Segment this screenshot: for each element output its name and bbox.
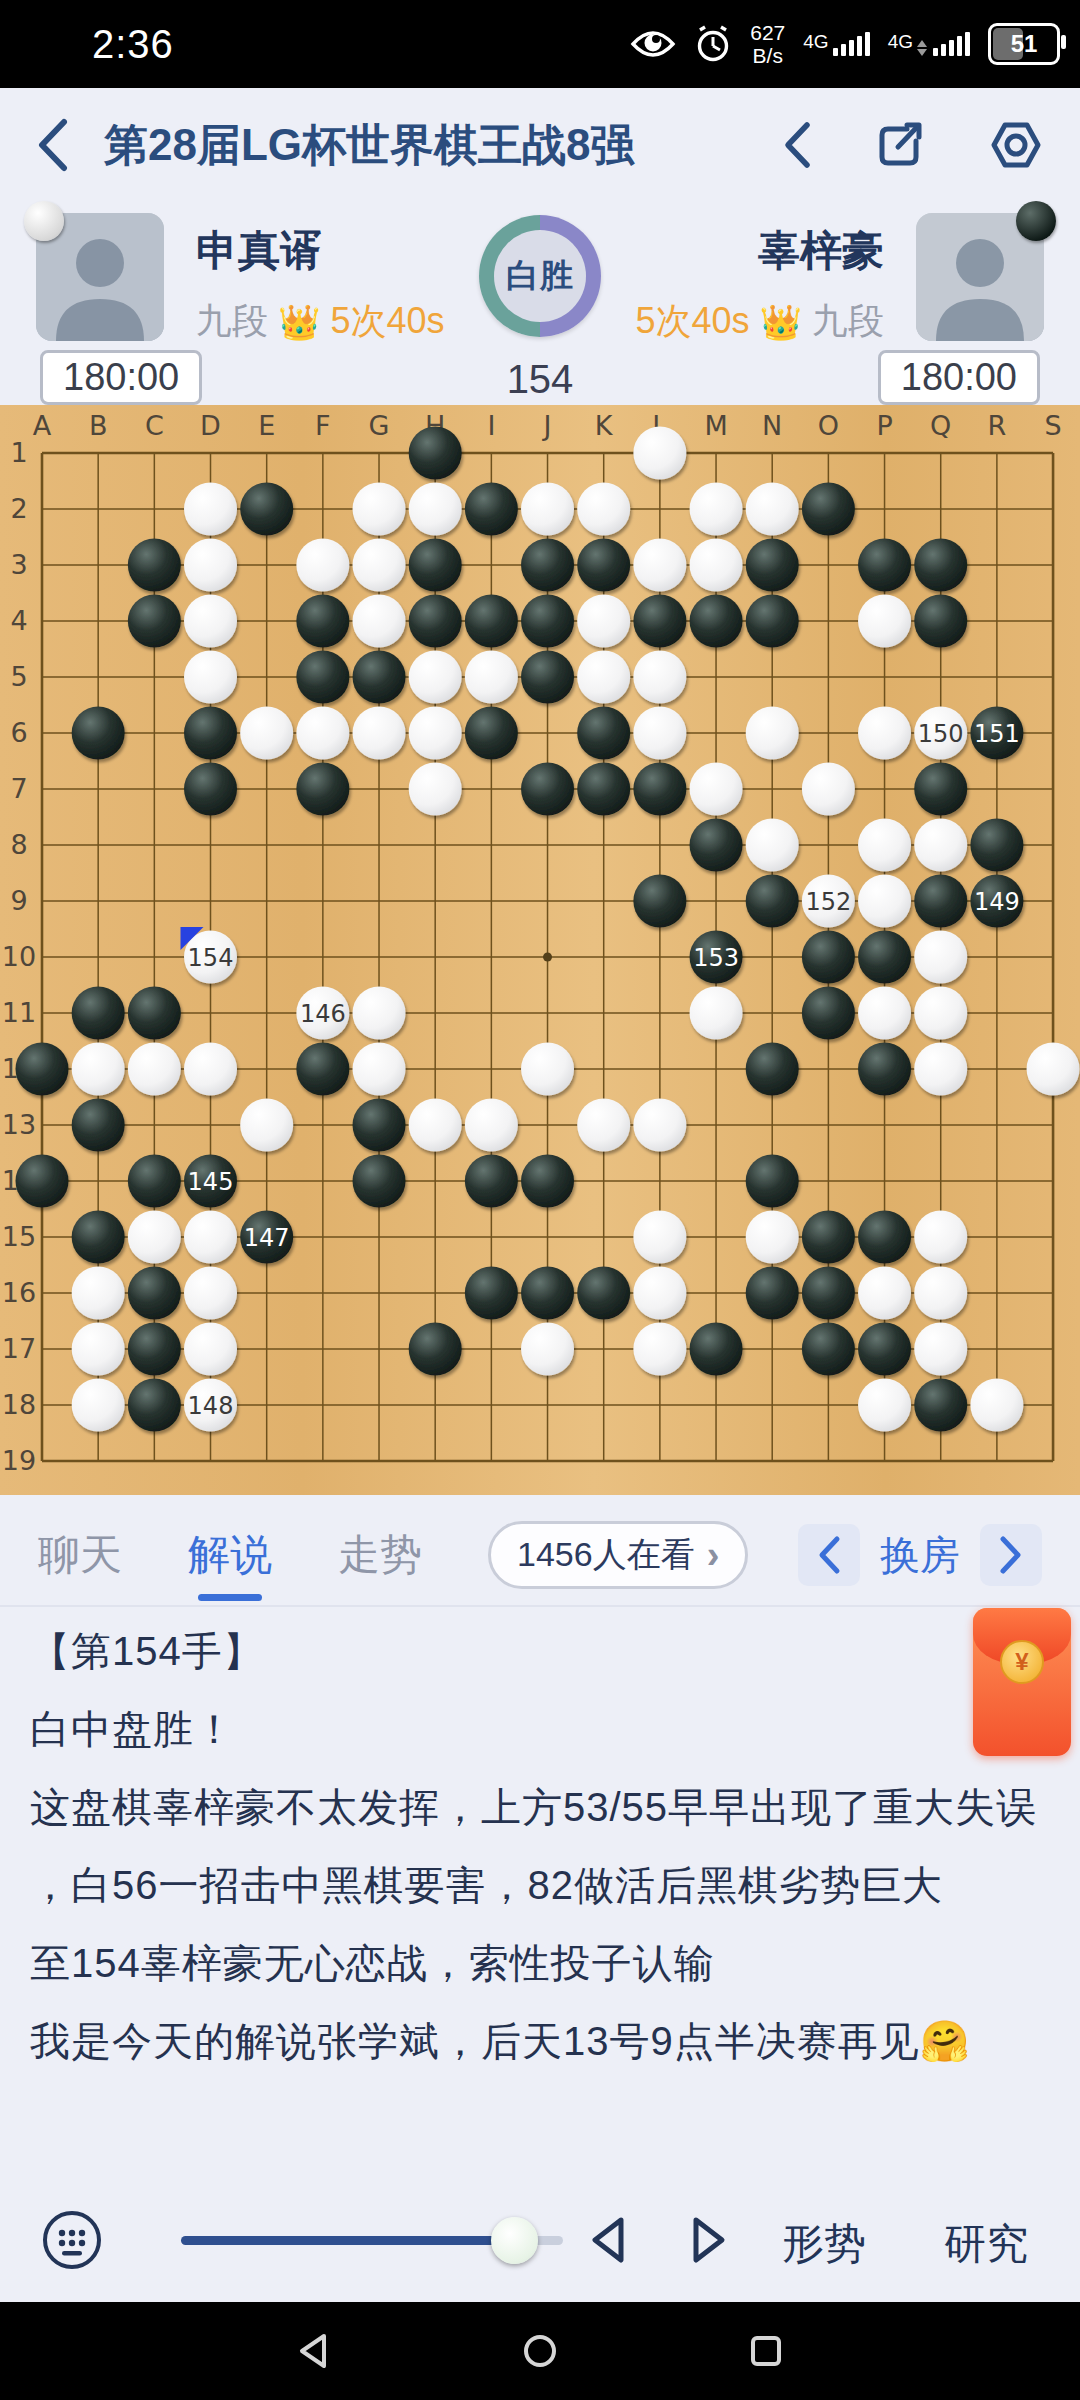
black-stone <box>802 1211 855 1264</box>
viewers-count: 1456人在看 <box>517 1532 695 1578</box>
white-stone <box>914 819 967 872</box>
sim2-signal: 4G <box>888 32 970 56</box>
svg-text:N: N <box>762 410 782 441</box>
move-number-label: 152 <box>805 888 851 916</box>
commentary-line: ，白56一招击中黑棋要害，82做活后黑棋劣势巨大 <box>30 1846 1054 1924</box>
white-stone <box>802 763 855 816</box>
white-stone <box>858 595 911 648</box>
svg-text:S: S <box>1044 410 1061 441</box>
android-navbar <box>0 2302 1080 2400</box>
svg-text:G: G <box>369 410 390 441</box>
white-stone <box>184 483 237 536</box>
svg-text:15: 15 <box>2 1221 36 1252</box>
white-stone-badge <box>24 201 64 241</box>
black-stone <box>409 1323 462 1376</box>
white-stone <box>409 707 462 760</box>
black-stone <box>128 1155 181 1208</box>
white-stone <box>633 427 686 480</box>
signal-bars-icon <box>933 32 970 56</box>
move-number-label: 148 <box>188 1392 234 1420</box>
black-stone <box>409 595 462 648</box>
crown-icon: 👑 <box>760 302 802 342</box>
white-stone <box>465 651 518 704</box>
white-stone <box>970 1379 1023 1432</box>
black-stone <box>409 539 462 592</box>
black-stone <box>914 763 967 816</box>
result-donut: 白胜 <box>479 215 601 337</box>
black-stone <box>521 539 574 592</box>
black-stone <box>184 763 237 816</box>
white-stone <box>914 1267 967 1320</box>
white-stone <box>72 1267 125 1320</box>
record-live-icon[interactable] <box>988 119 1044 171</box>
white-stone <box>914 1211 967 1264</box>
svg-text:2: 2 <box>10 493 27 524</box>
tab-commentary[interactable]: 解说 <box>188 1527 272 1583</box>
white-stone <box>240 1099 293 1152</box>
commentary-line: 白中盘胜！ <box>30 1690 1054 1768</box>
black-stone <box>746 539 799 592</box>
black-stone <box>465 1267 518 1320</box>
svg-text:P: P <box>876 410 892 441</box>
white-stone <box>577 651 630 704</box>
white-stone <box>128 1211 181 1264</box>
white-stone <box>521 1043 574 1096</box>
white-stone <box>858 819 911 872</box>
white-player-name: 申真谞 <box>196 223 322 279</box>
avatar-white-player <box>36 213 164 341</box>
white-stone <box>746 1211 799 1264</box>
svg-text:Q: Q <box>930 410 951 441</box>
white-stone <box>690 763 743 816</box>
black-stone <box>296 763 349 816</box>
move-number-label: 147 <box>244 1224 290 1252</box>
black-stone <box>690 1323 743 1376</box>
svg-text:B: B <box>89 410 108 441</box>
white-stone <box>521 1323 574 1376</box>
situation-button[interactable]: 形势 <box>782 2216 866 2272</box>
white-stone <box>353 595 406 648</box>
white-stone <box>409 483 462 536</box>
white-stone <box>184 1323 237 1376</box>
black-stone <box>296 651 349 704</box>
black-stone <box>746 1267 799 1320</box>
white-stone <box>353 1043 406 1096</box>
black-stone <box>914 539 967 592</box>
svg-text:J: J <box>542 410 552 441</box>
white-stone <box>184 1211 237 1264</box>
black-player-info: 5次40s 👑 九段 <box>635 297 884 346</box>
white-stone <box>858 707 911 760</box>
white-stone <box>184 651 237 704</box>
black-player-name: 辜梓豪 <box>758 223 884 279</box>
playback-slider-knob[interactable] <box>491 2217 538 2264</box>
svg-text:K: K <box>595 410 614 441</box>
white-stone <box>746 483 799 536</box>
go-board-grid[interactable]: A1B2C3D4E5F6G7H8I9J10K11L12M13N14O15P16Q… <box>0 405 1080 1495</box>
crown-icon: 👑 <box>278 302 320 342</box>
black-stone <box>465 483 518 536</box>
gold-coin-icon: ¥ <box>1000 1640 1044 1684</box>
white-stone <box>128 1043 181 1096</box>
black-stone <box>240 483 293 536</box>
commentary-line: 【第154手】 <box>30 1612 1054 1690</box>
black-stone-badge <box>1016 201 1056 241</box>
black-stone <box>521 1267 574 1320</box>
white-stone <box>914 1043 967 1096</box>
black-stone <box>409 427 462 480</box>
black-stone <box>802 931 855 984</box>
black-stone <box>577 763 630 816</box>
signal-bars-icon <box>833 32 870 56</box>
white-stone <box>184 1267 237 1320</box>
svg-text:7: 7 <box>10 773 27 804</box>
svg-text:R: R <box>988 410 1007 441</box>
move-number-label: 146 <box>300 1000 346 1028</box>
black-stone <box>128 595 181 648</box>
result-badge: 白胜 <box>494 230 586 322</box>
black-stone <box>128 1323 181 1376</box>
players-panel: 申真谞 九段 👑 5次40s 180:00 白胜 154 辜梓豪 5次40s 👑… <box>0 205 1080 405</box>
svg-text:10: 10 <box>2 941 36 972</box>
move-number-label: 153 <box>693 944 739 972</box>
clock-time: 2:36 <box>92 22 174 67</box>
white-stone <box>914 1323 967 1376</box>
move-number-label: 149 <box>974 888 1020 916</box>
black-stone <box>353 1099 406 1152</box>
black-stone <box>746 1043 799 1096</box>
black-stone <box>690 819 743 872</box>
black-stone <box>577 1267 630 1320</box>
prev-room-chevron-icon[interactable] <box>782 121 812 169</box>
svg-text:1: 1 <box>10 437 27 468</box>
white-stone <box>184 595 237 648</box>
svg-text:E: E <box>258 410 275 441</box>
black-stone <box>465 595 518 648</box>
switch-room-label[interactable]: 换房 <box>880 1528 960 1583</box>
red-packet-icon[interactable]: ¥ <box>973 1608 1071 1756</box>
svg-text:8: 8 <box>10 829 27 860</box>
svg-text:11: 11 <box>2 997 36 1028</box>
black-stone <box>521 763 574 816</box>
black-stone <box>465 1155 518 1208</box>
black-stone <box>802 1323 855 1376</box>
black-stone <box>521 1155 574 1208</box>
black-stone <box>858 1211 911 1264</box>
svg-text:A: A <box>33 410 52 441</box>
white-stone <box>465 1099 518 1152</box>
white-stone <box>858 875 911 928</box>
svg-text:9: 9 <box>10 885 27 916</box>
white-stone <box>858 987 911 1040</box>
black-stone <box>633 595 686 648</box>
black-stone <box>858 1323 911 1376</box>
share-icon[interactable] <box>874 119 926 171</box>
commentary-line: 这盘棋辜梓豪不太发挥，上方53/55早早出现了重大失误 <box>30 1768 1054 1846</box>
black-stone <box>970 819 1023 872</box>
back-chevron-icon[interactable] <box>36 118 70 172</box>
black-stone <box>746 875 799 928</box>
white-stone <box>521 483 574 536</box>
header: 第28届LG杯世界棋王战8强 <box>0 88 1080 202</box>
black-stone <box>128 1379 181 1432</box>
black-stone <box>914 875 967 928</box>
white-stone <box>409 763 462 816</box>
sim1-signal: 4G <box>803 32 869 56</box>
black-stone <box>858 931 911 984</box>
white-stone <box>409 1099 462 1152</box>
white-stone <box>633 539 686 592</box>
black-stone <box>746 1155 799 1208</box>
black-stone <box>633 763 686 816</box>
white-stone <box>184 1043 237 1096</box>
black-stone <box>858 539 911 592</box>
black-stone <box>296 1043 349 1096</box>
svg-text:O: O <box>818 410 839 441</box>
white-stone <box>914 987 967 1040</box>
black-main-time: 180:00 <box>878 350 1040 405</box>
svg-text:F: F <box>315 410 331 441</box>
white-stone <box>409 651 462 704</box>
white-stone <box>746 707 799 760</box>
black-stone <box>16 1155 69 1208</box>
eye-icon <box>630 28 676 60</box>
move-number-label: 150 <box>918 720 964 748</box>
prev-move-button[interactable] <box>585 2214 633 2266</box>
white-stone <box>690 483 743 536</box>
white-stone <box>746 819 799 872</box>
white-stone <box>72 1043 125 1096</box>
research-button[interactable]: 研究 <box>944 2216 1028 2272</box>
prev-room-button[interactable] <box>798 1524 860 1586</box>
network-speed: 627 B/s <box>750 21 785 67</box>
svg-text:4: 4 <box>10 605 27 636</box>
black-stone <box>128 539 181 592</box>
svg-text:3: 3 <box>10 549 27 580</box>
white-stone <box>184 539 237 592</box>
black-stone <box>72 1099 125 1152</box>
white-stone <box>577 1099 630 1152</box>
tab-bar: 聊天 解说 走势 1456人在看 › 换房 <box>0 1505 1080 1607</box>
svg-text:M: M <box>704 410 727 441</box>
black-stone <box>633 875 686 928</box>
svg-text:13: 13 <box>2 1109 36 1140</box>
white-stone <box>690 987 743 1040</box>
black-stone <box>353 1155 406 1208</box>
battery-percent: 51 <box>1011 30 1038 58</box>
go-board[interactable]: A1B2C3D4E5F6G7H8I9J10K11L12M13N14O15P16Q… <box>0 405 1080 1495</box>
black-stone <box>690 595 743 648</box>
white-stone <box>1027 1043 1080 1096</box>
move-number-label: 151 <box>974 720 1020 748</box>
updown-arrows-icon <box>917 40 927 56</box>
black-stone <box>72 1211 125 1264</box>
black-stone <box>802 483 855 536</box>
black-stone <box>465 707 518 760</box>
white-stone <box>296 539 349 592</box>
white-stone <box>633 651 686 704</box>
white-stone <box>577 595 630 648</box>
black-stone <box>184 707 237 760</box>
move-number-label: 154 <box>188 944 234 972</box>
alarm-clock-icon <box>694 25 732 63</box>
black-stone <box>128 1267 181 1320</box>
black-stone <box>521 595 574 648</box>
black-stone <box>746 595 799 648</box>
svg-text:D: D <box>200 410 221 441</box>
black-stone <box>72 987 125 1040</box>
keyboard-emoji-icon[interactable] <box>40 2208 104 2272</box>
svg-text:18: 18 <box>2 1389 36 1420</box>
nav-home-icon[interactable] <box>520 2331 560 2371</box>
next-room-button[interactable] <box>980 1524 1042 1586</box>
white-stone <box>633 707 686 760</box>
svg-text:16: 16 <box>2 1277 36 1308</box>
tab-chat[interactable]: 聊天 <box>38 1527 122 1583</box>
white-stone <box>858 1267 911 1320</box>
white-stone <box>353 539 406 592</box>
black-stone <box>72 707 125 760</box>
svg-text:19: 19 <box>2 1445 36 1476</box>
commentary-line: 我是今天的解说张学斌，后天13号9点半决赛再见🤗 <box>30 2002 1054 2080</box>
black-stone <box>802 1267 855 1320</box>
white-stone <box>858 1379 911 1432</box>
white-stone <box>914 931 967 984</box>
white-stone <box>690 539 743 592</box>
black-stone <box>353 651 406 704</box>
viewers-pill[interactable]: 1456人在看 › <box>488 1521 748 1589</box>
white-stone <box>353 483 406 536</box>
black-stone <box>521 651 574 704</box>
black-stone <box>296 595 349 648</box>
white-stone <box>633 1323 686 1376</box>
status-bar: 2:36 627 B/s 4G 4G 51 <box>0 0 1080 88</box>
black-stone <box>16 1043 69 1096</box>
battery-icon: 51 <box>988 23 1060 65</box>
chevron-right-icon: › <box>707 1534 720 1577</box>
white-player-info: 九段 👑 5次40s <box>196 297 445 346</box>
white-stone <box>577 483 630 536</box>
white-stone <box>296 707 349 760</box>
black-stone <box>577 539 630 592</box>
avatar-black-player <box>916 213 1044 341</box>
white-stone <box>72 1379 125 1432</box>
white-stone <box>353 707 406 760</box>
svg-text:17: 17 <box>2 1333 36 1364</box>
black-stone <box>914 595 967 648</box>
commentary-panel: 【第154手】 白中盘胜！ 这盘棋辜梓豪不太发挥，上方53/55早早出现了重大失… <box>30 1612 1054 2080</box>
white-stone <box>633 1267 686 1320</box>
black-stone <box>914 1379 967 1432</box>
white-stone <box>633 1211 686 1264</box>
black-stone <box>128 987 181 1040</box>
svg-text:C: C <box>145 410 164 441</box>
move-number-label: 145 <box>188 1168 234 1196</box>
black-stone <box>577 707 630 760</box>
next-move-button[interactable] <box>684 2214 732 2266</box>
svg-text:5: 5 <box>10 661 27 692</box>
white-stone <box>353 987 406 1040</box>
white-stone <box>633 1099 686 1152</box>
svg-text:6: 6 <box>10 717 27 748</box>
nav-back-icon[interactable] <box>294 2331 334 2371</box>
commentary-line: 至154辜梓豪无心恋战，索性投子认输 <box>30 1924 1054 2002</box>
white-stone <box>72 1323 125 1376</box>
white-stone <box>240 707 293 760</box>
bottom-toolbar: 形势 研究 <box>0 2180 1080 2302</box>
tab-trend[interactable]: 走势 <box>338 1527 422 1583</box>
black-stone <box>802 987 855 1040</box>
svg-text:I: I <box>487 410 495 441</box>
page-title: 第28届LG杯世界棋王战8强 <box>104 116 635 175</box>
black-stone <box>858 1043 911 1096</box>
nav-recents-icon[interactable] <box>746 2331 786 2371</box>
